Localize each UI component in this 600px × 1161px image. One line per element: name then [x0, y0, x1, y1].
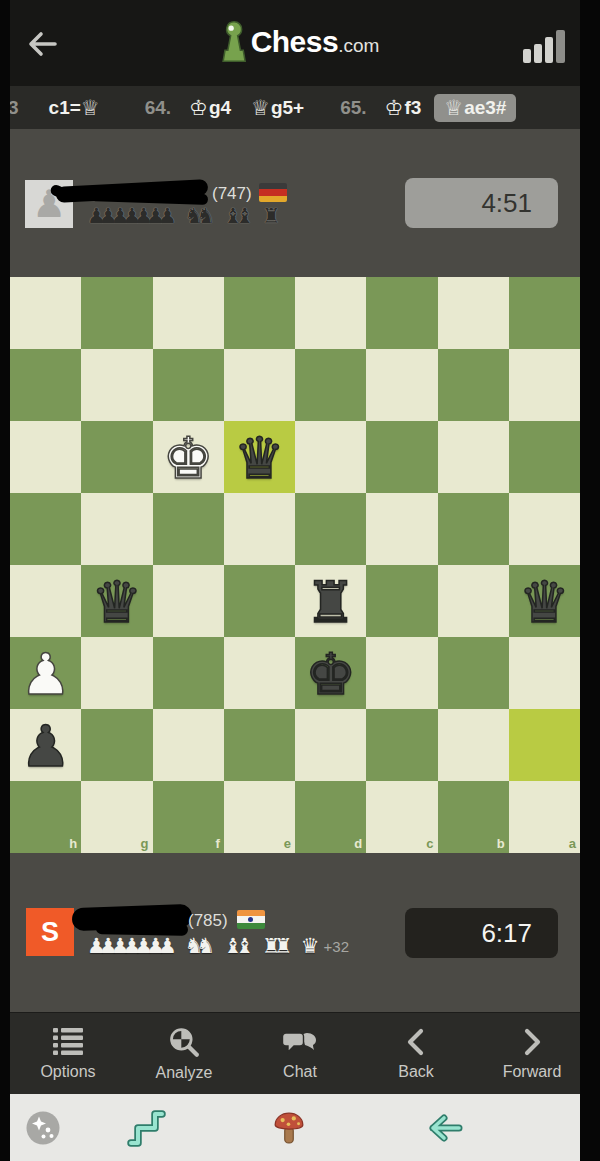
- captured-pawn-x7: ♟♟♟♟♟♟♟: [87, 934, 170, 958]
- white-pawn: ♟: [10, 637, 81, 711]
- square-d5[interactable]: ♜: [295, 565, 366, 637]
- king-figurine-icon: ♔: [189, 96, 208, 120]
- square-g6[interactable]: [81, 637, 152, 709]
- screen-bezel-left: [0, 0, 10, 1161]
- square-h6[interactable]: ♟: [10, 637, 81, 709]
- screen-bezel-right: [580, 0, 600, 1161]
- square-c8[interactable]: c: [366, 781, 437, 853]
- chat-bubbles-icon: [283, 1027, 317, 1057]
- zigzag-arrow-icon[interactable]: [126, 1109, 166, 1147]
- square-c5[interactable]: [366, 565, 437, 637]
- back-button[interactable]: Back: [358, 1013, 474, 1094]
- square-f7[interactable]: [153, 709, 224, 781]
- square-f6[interactable]: [153, 637, 224, 709]
- file-label-a: a: [569, 836, 576, 851]
- square-h2[interactable]: [10, 349, 81, 421]
- square-b5[interactable]: [438, 565, 509, 637]
- square-g8[interactable]: g: [81, 781, 152, 853]
- options-list-icon: [52, 1027, 84, 1057]
- mushroom-icon[interactable]: [272, 1111, 306, 1145]
- chess-board: ♚♛♛♜♛♟♚♟hgfedcba: [10, 277, 580, 853]
- square-a6[interactable]: [509, 637, 580, 709]
- gamepad-bubble-icon[interactable]: [25, 1110, 61, 1146]
- file-label-d: d: [354, 836, 362, 851]
- square-g4[interactable]: [81, 493, 152, 565]
- signal-bars-icon: [523, 30, 567, 63]
- square-a7[interactable]: [509, 709, 580, 781]
- square-d4[interactable]: [295, 493, 366, 565]
- file-label-e: e: [284, 836, 291, 851]
- top-player-captured-pieces: ♟♟♟♟♟♟♟♞♞♝♝♜: [87, 200, 289, 228]
- move-g5+[interactable]: ♕g5+: [251, 96, 304, 120]
- square-e6[interactable]: [224, 637, 295, 709]
- square-c3[interactable]: [366, 421, 437, 493]
- file-label-g: g: [141, 836, 149, 851]
- square-a5[interactable]: ♛: [509, 565, 580, 637]
- square-d8[interactable]: d: [295, 781, 366, 853]
- captured-knight-x2: ♞♞: [185, 934, 209, 958]
- file-label-c: c: [426, 836, 433, 851]
- move-list-bar: 3c1=♕64.♔g4♕g5+65.♔f3♕ae3#: [0, 86, 600, 129]
- black-queen: ♛: [81, 565, 152, 639]
- forward-label: Forward: [503, 1063, 562, 1081]
- square-a4[interactable]: [509, 493, 580, 565]
- square-e1[interactable]: [224, 277, 295, 349]
- king-figurine-icon: ♔: [385, 96, 404, 120]
- file-label-b: b: [497, 836, 505, 851]
- chesscom-logo: Chess .com: [221, 20, 380, 64]
- square-d6[interactable]: ♚: [295, 637, 366, 709]
- captured-queen-x1: ♛: [301, 934, 313, 958]
- square-c7[interactable]: [366, 709, 437, 781]
- captured-rook-x2: ♜♜: [262, 934, 286, 958]
- square-e4[interactable]: [224, 493, 295, 565]
- square-b8[interactable]: b: [438, 781, 509, 853]
- back-arrow-icon[interactable]: [26, 31, 58, 57]
- back-label: Back: [398, 1063, 434, 1081]
- forward-chevron-icon: [518, 1027, 546, 1057]
- square-b4[interactable]: [438, 493, 509, 565]
- square-e8[interactable]: e: [224, 781, 295, 853]
- black-pawn: ♟: [10, 709, 81, 783]
- india-flag-icon: [237, 910, 265, 929]
- square-c1[interactable]: [366, 277, 437, 349]
- square-g7[interactable]: [81, 709, 152, 781]
- queen-figurine-icon: ♕: [444, 96, 463, 120]
- square-e5[interactable]: [224, 565, 295, 637]
- analyze-magnifier-icon: [168, 1026, 200, 1058]
- analyze-label: Analyze: [156, 1064, 213, 1082]
- captured-knight-x2: ♞♞: [185, 204, 209, 228]
- app-title-suffix: .com: [338, 35, 379, 57]
- black-king: ♚: [295, 637, 366, 711]
- chat-label: Chat: [283, 1063, 317, 1081]
- forward-button[interactable]: Forward: [474, 1013, 590, 1094]
- material-advantage: +32: [324, 938, 349, 958]
- bottom-player-clock: 6:17: [405, 908, 558, 958]
- options-label: Options: [40, 1063, 95, 1081]
- square-d3[interactable]: [295, 421, 366, 493]
- move-g4[interactable]: ♔g4: [189, 96, 231, 120]
- avatar-letter: S: [41, 917, 59, 948]
- square-f5[interactable]: [153, 565, 224, 637]
- move-c1=[interactable]: c1=♕: [49, 96, 101, 120]
- square-g2[interactable]: [81, 349, 152, 421]
- move-number: 65.: [340, 97, 366, 119]
- square-h4[interactable]: [10, 493, 81, 565]
- top-player-clock: 4:51: [405, 178, 558, 228]
- square-f1[interactable]: [153, 277, 224, 349]
- square-d7[interactable]: [295, 709, 366, 781]
- square-b7[interactable]: [438, 709, 509, 781]
- chat-button[interactable]: Chat: [242, 1013, 358, 1094]
- queen-figurine-icon: ♕: [81, 96, 100, 120]
- square-e3[interactable]: ♛: [224, 421, 295, 493]
- captured-bishop-x2: ♝♝: [223, 934, 247, 958]
- square-e7[interactable]: [224, 709, 295, 781]
- square-d1[interactable]: [295, 277, 366, 349]
- square-c6[interactable]: [366, 637, 437, 709]
- bottom-player-avatar[interactable]: S: [26, 908, 74, 956]
- square-g3[interactable]: [81, 421, 152, 493]
- square-b3[interactable]: [438, 421, 509, 493]
- app-title: Chess: [251, 25, 339, 59]
- square-a1[interactable]: [509, 277, 580, 349]
- game-toolbar: Options Analyze Chat Back: [0, 1012, 600, 1094]
- captured-pawn-x7: ♟♟♟♟♟♟♟: [87, 204, 170, 228]
- square-g5[interactable]: ♛: [81, 565, 152, 637]
- captured-rook-x1: ♜: [262, 204, 274, 228]
- square-b6[interactable]: [438, 637, 509, 709]
- square-h1[interactable]: [10, 277, 81, 349]
- black-queen: ♛: [509, 565, 580, 639]
- square-f2[interactable]: [153, 349, 224, 421]
- move-f3[interactable]: ♔f3: [385, 96, 422, 120]
- square-f3[interactable]: ♚: [153, 421, 224, 493]
- square-h3[interactable]: [10, 421, 81, 493]
- square-g1[interactable]: [81, 277, 152, 349]
- system-nav-bar: [0, 1094, 600, 1161]
- file-label-f: f: [215, 836, 219, 851]
- file-label-h: h: [69, 836, 77, 851]
- options-button[interactable]: Options: [10, 1013, 126, 1094]
- white-king: ♚: [153, 421, 224, 495]
- square-c4[interactable]: [366, 493, 437, 565]
- move-ae3#[interactable]: ♕ae3#: [434, 94, 516, 122]
- square-a3[interactable]: [509, 421, 580, 493]
- black-queen: ♛: [224, 421, 295, 495]
- analyze-button[interactable]: Analyze: [126, 1013, 242, 1094]
- square-h5[interactable]: [10, 565, 81, 637]
- square-a2[interactable]: [509, 349, 580, 421]
- left-arrow-icon[interactable]: [424, 1112, 464, 1144]
- queen-figurine-icon: ♕: [251, 96, 270, 120]
- move-number: 64.: [145, 97, 171, 119]
- square-h7[interactable]: ♟: [10, 709, 81, 781]
- square-b1[interactable]: [438, 277, 509, 349]
- chesscom-game-screen: Chess .com 3c1=♕64.♔g4♕g5+65.♔f3♕ae3# ♟ …: [0, 0, 600, 1161]
- square-c2[interactable]: [366, 349, 437, 421]
- square-h8[interactable]: h: [10, 781, 81, 853]
- square-f8[interactable]: f: [153, 781, 224, 853]
- square-d2[interactable]: [295, 349, 366, 421]
- square-a8[interactable]: a: [509, 781, 580, 853]
- bottom-player-captured-pieces: ♟♟♟♟♟♟♟♞♞♝♝♜♜♛+32: [87, 928, 349, 958]
- chesscom-pawn-icon: [221, 20, 248, 64]
- back-chevron-icon: [402, 1027, 430, 1057]
- black-rook: ♜: [295, 565, 366, 639]
- square-b2[interactable]: [438, 349, 509, 421]
- square-e2[interactable]: [224, 349, 295, 421]
- top-app-bar: Chess .com: [0, 0, 600, 86]
- square-f4[interactable]: [153, 493, 224, 565]
- captured-bishop-x2: ♝♝: [223, 204, 247, 228]
